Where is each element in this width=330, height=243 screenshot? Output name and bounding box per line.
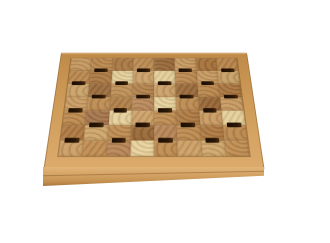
wood-block — [130, 141, 154, 157]
wood-block — [60, 125, 85, 140]
wood-block — [154, 125, 177, 140]
board-frame-inner — [58, 58, 249, 156]
wood-block — [85, 111, 109, 126]
wood-block — [111, 71, 133, 84]
wood-block — [220, 97, 244, 111]
board-field — [58, 58, 249, 156]
wood-block — [88, 83, 111, 96]
wood-block — [131, 111, 154, 126]
wood-block — [224, 141, 250, 157]
wood-block — [197, 83, 220, 96]
wood-block — [195, 58, 217, 70]
wood-block — [223, 125, 248, 140]
wood-block — [176, 97, 199, 111]
wood-block — [154, 111, 177, 126]
page-background — [0, 0, 330, 243]
wood-block — [68, 71, 91, 84]
wood-block — [82, 141, 107, 157]
wood-block — [66, 83, 89, 96]
side-face-seam — [43, 171, 264, 177]
wood-block — [58, 141, 84, 157]
wood-block — [112, 58, 133, 70]
wood-block — [154, 97, 176, 111]
wood-block — [216, 58, 238, 70]
cutting-board — [43, 53, 264, 170]
wood-block — [110, 83, 132, 96]
wood-block — [154, 141, 178, 157]
wood-block — [154, 71, 176, 84]
wood-block — [154, 83, 176, 96]
wood-block — [175, 71, 197, 84]
wood-block — [200, 125, 224, 140]
wood-block — [198, 97, 221, 111]
wood-block — [108, 111, 131, 126]
wood-block — [221, 111, 245, 126]
wood-block — [217, 71, 240, 84]
wood-block — [132, 97, 154, 111]
wood-block — [109, 97, 132, 111]
wood-block — [132, 83, 154, 96]
wood-block — [132, 71, 154, 84]
wood-block — [201, 141, 226, 157]
wood-block — [219, 83, 242, 96]
wood-block — [133, 58, 154, 70]
wood-block — [91, 58, 113, 70]
wood-block — [107, 125, 131, 140]
wood-block — [176, 111, 199, 126]
wood-block — [106, 141, 130, 157]
wood-block — [131, 125, 154, 140]
wood-block — [62, 111, 86, 126]
wood-block — [199, 111, 223, 126]
wood-block — [87, 97, 110, 111]
wood-block — [70, 58, 92, 70]
wood-block — [176, 83, 198, 96]
wood-block — [177, 141, 201, 157]
wood-block — [84, 125, 108, 140]
wood-block — [89, 71, 111, 84]
wood-block — [196, 71, 218, 84]
wood-block — [64, 97, 88, 111]
wood-block — [177, 125, 201, 140]
wood-block — [154, 58, 175, 70]
wood-block — [175, 58, 196, 70]
